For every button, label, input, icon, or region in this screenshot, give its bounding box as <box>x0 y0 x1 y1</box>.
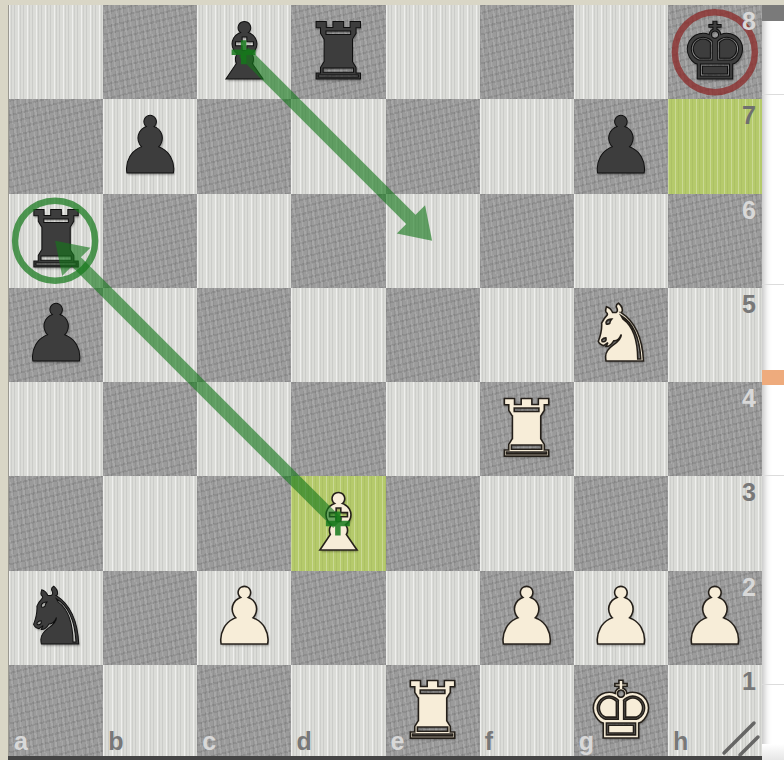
square-e4[interactable] <box>386 382 480 476</box>
panel-divider <box>762 475 784 476</box>
panel-footer <box>762 744 784 760</box>
square-e1[interactable]: ♜e <box>386 665 480 759</box>
square-e3[interactable] <box>386 476 480 570</box>
square-e2[interactable] <box>386 571 480 665</box>
square-d3[interactable]: ♝ <box>291 476 385 570</box>
panel-scrollbar-thumb[interactable] <box>762 5 784 21</box>
coord-rank-4: 4 <box>742 386 756 411</box>
piece-white-pawn[interactable]: ♟ <box>197 571 291 665</box>
square-c6[interactable] <box>197 194 291 288</box>
square-e7[interactable] <box>386 99 480 193</box>
piece-black-knight[interactable]: ♞ <box>9 571 103 665</box>
square-h1[interactable]: h1 <box>668 665 762 759</box>
coord-file-d: d <box>296 729 311 754</box>
square-f3[interactable] <box>480 476 574 570</box>
square-f4[interactable]: ♜ <box>480 382 574 476</box>
square-d4[interactable] <box>291 382 385 476</box>
square-b3[interactable] <box>103 476 197 570</box>
square-g1[interactable]: ♚g <box>574 665 668 759</box>
coord-file-f: f <box>485 729 493 754</box>
square-d1[interactable]: d <box>291 665 385 759</box>
coord-rank-5: 5 <box>742 292 756 317</box>
square-a6[interactable]: ♜ <box>9 194 103 288</box>
square-a8[interactable] <box>9 5 103 99</box>
square-g4[interactable] <box>574 382 668 476</box>
coord-file-h: h <box>673 729 688 754</box>
square-e5[interactable] <box>386 288 480 382</box>
coord-rank-3: 3 <box>742 480 756 505</box>
square-g6[interactable] <box>574 194 668 288</box>
square-f2[interactable]: ♟ <box>480 571 574 665</box>
square-d7[interactable] <box>291 99 385 193</box>
square-b2[interactable] <box>103 571 197 665</box>
piece-black-rook[interactable]: ♜ <box>9 194 103 288</box>
square-h6[interactable]: 6 <box>668 194 762 288</box>
coord-rank-2: 2 <box>742 575 756 600</box>
square-b8[interactable] <box>103 5 197 99</box>
square-h4[interactable]: 4 <box>668 382 762 476</box>
panel-divider <box>762 684 784 685</box>
panel-accent-bar <box>762 370 784 385</box>
coord-file-e: e <box>391 729 405 754</box>
square-g3[interactable] <box>574 476 668 570</box>
square-h8[interactable]: ♚8 <box>668 5 762 99</box>
square-h5[interactable]: 5 <box>668 288 762 382</box>
square-a2[interactable]: ♞ <box>9 571 103 665</box>
square-e6[interactable] <box>386 194 480 288</box>
square-b4[interactable] <box>103 382 197 476</box>
coord-file-b: b <box>108 729 123 754</box>
square-d5[interactable] <box>291 288 385 382</box>
square-c2[interactable]: ♟ <box>197 571 291 665</box>
square-f6[interactable] <box>480 194 574 288</box>
side-panel <box>762 5 784 760</box>
coord-rank-7: 7 <box>742 103 756 128</box>
square-a5[interactable]: ♟ <box>9 288 103 382</box>
coord-file-c: c <box>202 729 216 754</box>
square-c1[interactable]: c <box>197 665 291 759</box>
piece-black-pawn[interactable]: ♟ <box>9 288 103 382</box>
piece-white-knight[interactable]: ♞ <box>574 288 668 382</box>
square-h7[interactable]: 7 <box>668 99 762 193</box>
piece-black-bishop[interactable]: ♝ <box>197 5 291 99</box>
square-c3[interactable] <box>197 476 291 570</box>
coord-rank-8: 8 <box>742 9 756 34</box>
piece-black-pawn[interactable]: ♟ <box>103 99 197 193</box>
coord-file-g: g <box>579 729 594 754</box>
panel-divider <box>762 94 784 95</box>
piece-white-pawn[interactable]: ♟ <box>480 571 574 665</box>
square-g8[interactable] <box>574 5 668 99</box>
chess-board[interactable]: ♝♜♚8♟♟7♜6♟♞5♜4♝3♞♟♟♟♟2abcd♜ef♚gh1 <box>8 5 762 759</box>
square-c7[interactable] <box>197 99 291 193</box>
piece-black-pawn[interactable]: ♟ <box>574 99 668 193</box>
coord-file-a: a <box>14 729 28 754</box>
square-a1[interactable]: a <box>9 665 103 759</box>
square-a7[interactable] <box>9 99 103 193</box>
piece-black-rook[interactable]: ♜ <box>291 5 385 99</box>
square-b7[interactable]: ♟ <box>103 99 197 193</box>
square-f8[interactable] <box>480 5 574 99</box>
piece-white-bishop[interactable]: ♝ <box>291 476 385 570</box>
square-f5[interactable] <box>480 288 574 382</box>
square-b5[interactable] <box>103 288 197 382</box>
square-e8[interactable] <box>386 5 480 99</box>
square-b6[interactable] <box>103 194 197 288</box>
square-h3[interactable]: 3 <box>668 476 762 570</box>
piece-white-rook[interactable]: ♜ <box>480 382 574 476</box>
square-g7[interactable]: ♟ <box>574 99 668 193</box>
square-c8[interactable]: ♝ <box>197 5 291 99</box>
square-d8[interactable]: ♜ <box>291 5 385 99</box>
coord-rank-6: 6 <box>742 198 756 223</box>
square-f7[interactable] <box>480 99 574 193</box>
piece-white-pawn[interactable]: ♟ <box>574 571 668 665</box>
square-c4[interactable] <box>197 382 291 476</box>
square-b1[interactable]: b <box>103 665 197 759</box>
square-a4[interactable] <box>9 382 103 476</box>
square-d2[interactable] <box>291 571 385 665</box>
square-a3[interactable] <box>9 476 103 570</box>
coord-rank-1: 1 <box>742 669 756 694</box>
page: ♝♜♚8♟♟7♜6♟♞5♜4♝3♞♟♟♟♟2abcd♜ef♚gh1 <box>0 0 784 760</box>
square-g2[interactable]: ♟ <box>574 571 668 665</box>
square-g5[interactable]: ♞ <box>574 288 668 382</box>
square-c5[interactable] <box>197 288 291 382</box>
square-d6[interactable] <box>291 194 385 288</box>
square-h2[interactable]: ♟2 <box>668 571 762 665</box>
panel-divider <box>762 284 784 285</box>
square-f1[interactable]: f <box>480 665 574 759</box>
